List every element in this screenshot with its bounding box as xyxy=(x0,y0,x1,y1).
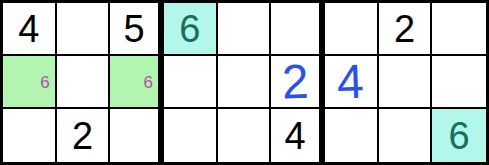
candidate-mark: 6 xyxy=(40,73,49,90)
cell-r3c9[interactable]: 6 xyxy=(432,109,486,162)
cell-r3c4[interactable] xyxy=(164,109,218,162)
cell-r2c9[interactable] xyxy=(432,56,486,109)
cell-r3c5[interactable] xyxy=(218,109,272,162)
cell-value: 2 xyxy=(72,117,93,155)
candidate-mark: 6 xyxy=(144,73,153,90)
cell-value: 6 xyxy=(179,10,200,48)
cell-r3c3[interactable] xyxy=(110,109,164,162)
cell-value: 4 xyxy=(18,10,39,48)
cell-r2c4[interactable] xyxy=(164,56,218,109)
cell-r1c1[interactable]: 4 xyxy=(3,3,57,56)
cell-r1c8[interactable]: 2 xyxy=(379,3,433,56)
cell-r1c9[interactable] xyxy=(432,3,486,56)
cell-value: 2 xyxy=(394,10,415,48)
cell-r1c2[interactable] xyxy=(57,3,111,56)
cell-r3c2[interactable]: 2 xyxy=(57,109,111,162)
cell-value: 6 xyxy=(449,117,470,155)
cell-r2c1[interactable]: 6 xyxy=(3,56,57,109)
cell-r2c5[interactable] xyxy=(218,56,272,109)
cell-r1c7[interactable] xyxy=(325,3,379,56)
cell-value: 2 xyxy=(281,57,309,106)
cell-r3c1[interactable] xyxy=(3,109,57,162)
cell-r3c7[interactable] xyxy=(325,109,379,162)
cell-r3c6[interactable]: 4 xyxy=(271,109,325,162)
cell-r2c8[interactable] xyxy=(379,56,433,109)
cell-value: 4 xyxy=(285,117,306,155)
cell-r2c6[interactable]: 2 xyxy=(271,56,325,109)
cell-value: 4 xyxy=(337,57,365,106)
sudoku-board: 45626624246 xyxy=(0,0,489,165)
cell-value: 5 xyxy=(124,10,145,48)
cell-r2c7[interactable]: 4 xyxy=(325,56,379,109)
cell-r1c5[interactable] xyxy=(218,3,272,56)
cell-r1c4[interactable]: 6 xyxy=(164,3,218,56)
cell-r2c3[interactable]: 6 xyxy=(110,56,164,109)
cell-r1c3[interactable]: 5 xyxy=(110,3,164,56)
cell-r1c6[interactable] xyxy=(271,3,325,56)
cell-r3c8[interactable] xyxy=(379,109,433,162)
cell-r2c2[interactable] xyxy=(57,56,111,109)
